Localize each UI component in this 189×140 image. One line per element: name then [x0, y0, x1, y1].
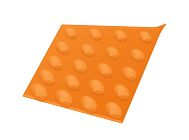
baking-mold: [23, 24, 166, 124]
mold-scene: [0, 0, 189, 140]
product-photo-canvas: [0, 0, 189, 140]
